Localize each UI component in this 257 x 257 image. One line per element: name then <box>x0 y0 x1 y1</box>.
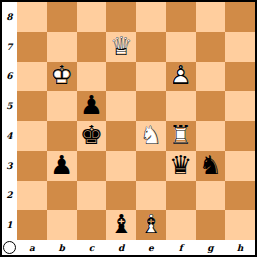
rank-label-2: 2 <box>2 181 17 211</box>
square-g4[interactable] <box>196 121 226 151</box>
square-h7[interactable] <box>225 32 255 62</box>
square-g1[interactable] <box>196 210 226 240</box>
rank-label-8: 8 <box>2 2 17 32</box>
black-knight-piece[interactable]: ♞ <box>196 151 226 181</box>
square-h1[interactable] <box>225 210 255 240</box>
square-d4[interactable] <box>106 121 136 151</box>
square-f3[interactable]: ♛ <box>166 151 196 181</box>
square-a2[interactable] <box>17 181 47 211</box>
square-c4[interactable]: ♚ <box>77 121 107 151</box>
white-bishop-icon: ♗ <box>139 211 162 237</box>
file-label-g: g <box>196 240 226 255</box>
square-f4[interactable]: ♜♖ <box>166 121 196 151</box>
square-b6[interactable]: ♚♔ <box>47 62 77 92</box>
square-h4[interactable] <box>225 121 255 151</box>
square-h3[interactable] <box>225 151 255 181</box>
rank-label-6: 6 <box>2 62 17 92</box>
white-knight-piece[interactable]: ♞♘ <box>136 121 166 151</box>
square-e1[interactable]: ♝♗ <box>136 210 166 240</box>
white-rook-icon: ♖ <box>169 122 192 148</box>
square-b7[interactable] <box>47 32 77 62</box>
file-label-b: b <box>47 240 77 255</box>
square-d5[interactable] <box>106 91 136 121</box>
square-b5[interactable] <box>47 91 77 121</box>
file-label-h: h <box>225 240 255 255</box>
square-e8[interactable] <box>136 2 166 32</box>
square-g2[interactable] <box>196 181 226 211</box>
rank-label-3: 3 <box>2 151 17 181</box>
white-rook-piece[interactable]: ♜♖ <box>166 121 196 151</box>
square-g3[interactable]: ♞ <box>196 151 226 181</box>
square-f2[interactable] <box>166 181 196 211</box>
square-a4[interactable] <box>17 121 47 151</box>
white-pawn-icon: ♙ <box>169 62 192 88</box>
side-to-move-indicator <box>2 240 17 255</box>
square-h6[interactable] <box>225 62 255 92</box>
chess-diagram: 87♛♕6♚♔♟♙5♟4♚♞♘♜♖3♟♛♞21♝♝♗abcdefgh <box>0 0 257 257</box>
black-pawn-piece[interactable]: ♟ <box>77 91 107 121</box>
square-e6[interactable] <box>136 62 166 92</box>
square-b1[interactable] <box>47 210 77 240</box>
square-c7[interactable] <box>77 32 107 62</box>
square-g6[interactable] <box>196 62 226 92</box>
square-a1[interactable] <box>17 210 47 240</box>
square-c2[interactable] <box>77 181 107 211</box>
black-knight-icon: ♞ <box>199 152 222 178</box>
file-label-d: d <box>106 240 136 255</box>
square-a5[interactable] <box>17 91 47 121</box>
file-label-e: e <box>136 240 166 255</box>
square-b2[interactable] <box>47 181 77 211</box>
square-a3[interactable] <box>17 151 47 181</box>
rank-label-4: 4 <box>2 121 17 151</box>
square-c6[interactable] <box>77 62 107 92</box>
black-queen-piece[interactable]: ♛ <box>166 151 196 181</box>
rank-label-5: 5 <box>2 91 17 121</box>
square-e4[interactable]: ♞♘ <box>136 121 166 151</box>
square-f1[interactable] <box>166 210 196 240</box>
black-bishop-icon: ♝ <box>109 211 132 237</box>
square-d2[interactable] <box>106 181 136 211</box>
square-e3[interactable] <box>136 151 166 181</box>
square-g7[interactable] <box>196 32 226 62</box>
square-f8[interactable] <box>166 2 196 32</box>
square-c3[interactable] <box>77 151 107 181</box>
square-c5[interactable]: ♟ <box>77 91 107 121</box>
square-h2[interactable] <box>225 181 255 211</box>
square-d8[interactable] <box>106 2 136 32</box>
square-d3[interactable] <box>106 151 136 181</box>
white-queen-piece[interactable]: ♛♕ <box>106 32 136 62</box>
rank-label-7: 7 <box>2 32 17 62</box>
black-pawn-icon: ♟ <box>50 152 73 178</box>
rank-label-1: 1 <box>2 210 17 240</box>
white-king-piece[interactable]: ♚♔ <box>47 62 77 92</box>
square-f7[interactable] <box>166 32 196 62</box>
black-bishop-piece[interactable]: ♝ <box>106 210 136 240</box>
black-pawn-icon: ♟ <box>80 92 103 118</box>
chess-board: 87♛♕6♚♔♟♙5♟4♚♞♘♜♖3♟♛♞21♝♝♗abcdefgh <box>2 2 255 255</box>
square-f6[interactable]: ♟♙ <box>166 62 196 92</box>
square-e7[interactable] <box>136 32 166 62</box>
square-d1[interactable]: ♝ <box>106 210 136 240</box>
square-e2[interactable] <box>136 181 166 211</box>
square-h8[interactable] <box>225 2 255 32</box>
file-label-a: a <box>17 240 47 255</box>
file-label-c: c <box>77 240 107 255</box>
square-d6[interactable] <box>106 62 136 92</box>
square-b3[interactable]: ♟ <box>47 151 77 181</box>
black-pawn-piece[interactable]: ♟ <box>47 151 77 181</box>
black-king-piece[interactable]: ♚ <box>77 121 107 151</box>
square-c1[interactable] <box>77 210 107 240</box>
square-b4[interactable] <box>47 121 77 151</box>
file-label-f: f <box>166 240 196 255</box>
square-g5[interactable] <box>196 91 226 121</box>
white-queen-icon: ♕ <box>109 33 132 59</box>
white-bishop-piece[interactable]: ♝♗ <box>136 210 166 240</box>
square-c8[interactable] <box>77 2 107 32</box>
white-king-icon: ♔ <box>50 62 73 88</box>
square-f5[interactable] <box>166 91 196 121</box>
square-a7[interactable] <box>17 32 47 62</box>
black-queen-icon: ♛ <box>169 152 192 178</box>
square-a6[interactable] <box>17 62 47 92</box>
square-d7[interactable]: ♛♕ <box>106 32 136 62</box>
square-a8[interactable] <box>17 2 47 32</box>
black-king-icon: ♚ <box>80 122 103 148</box>
square-h5[interactable] <box>225 91 255 121</box>
square-g8[interactable] <box>196 2 226 32</box>
white-knight-icon: ♘ <box>139 122 162 148</box>
white-to-move-circle-icon <box>3 241 16 254</box>
square-e5[interactable] <box>136 91 166 121</box>
square-b8[interactable] <box>47 2 77 32</box>
white-pawn-piece[interactable]: ♟♙ <box>166 62 196 92</box>
